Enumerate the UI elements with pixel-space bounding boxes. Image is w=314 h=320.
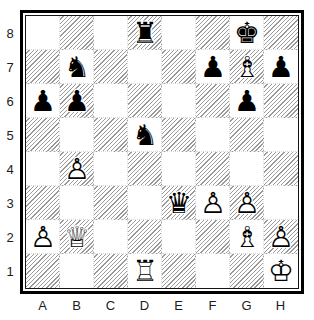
- square-g5[interactable]: [230, 118, 264, 152]
- piece-black-pawn: ♟: [264, 50, 298, 84]
- piece-halo: ♝: [230, 220, 264, 254]
- piece-black-pawn: ♟: [60, 84, 94, 118]
- piece-white-rook: ♖: [128, 254, 162, 288]
- piece-halo: ♞: [60, 50, 94, 84]
- piece-halo: ♟: [230, 84, 264, 118]
- chess-board: ♜♜♚♚♞♞♟♟♝♗♟♟♟♟♟♟♟♟♞♞♟♙♛♛♟♙♟♙♟♙♛♕♝♗♟♙♜♖♚♔: [26, 16, 298, 288]
- square-g1[interactable]: [230, 254, 264, 288]
- square-g4[interactable]: [230, 152, 264, 186]
- square-h4[interactable]: [264, 152, 298, 186]
- square-h1[interactable]: ♚♔: [264, 254, 298, 288]
- piece-halo: ♝: [230, 50, 264, 84]
- piece-halo: ♞: [128, 118, 162, 152]
- square-f3[interactable]: ♟♙: [196, 186, 230, 220]
- rank-labels: 87654321: [2, 16, 18, 288]
- file-label-b: B: [60, 295, 94, 315]
- piece-halo: ♟: [230, 186, 264, 220]
- rank-label-2: 2: [2, 220, 18, 254]
- square-d4[interactable]: [128, 152, 162, 186]
- file-label-f: F: [196, 295, 230, 315]
- piece-halo: ♟: [26, 220, 60, 254]
- piece-halo: ♟: [60, 152, 94, 186]
- square-a5[interactable]: [26, 118, 60, 152]
- square-c2[interactable]: [94, 220, 128, 254]
- board-inner-border: ♜♜♚♚♞♞♟♟♝♗♟♟♟♟♟♟♟♟♞♞♟♙♛♛♟♙♟♙♟♙♛♕♝♗♟♙♜♖♚♔: [25, 15, 299, 289]
- square-b1[interactable]: [60, 254, 94, 288]
- piece-black-pawn: ♟: [26, 84, 60, 118]
- piece-halo: ♟: [26, 84, 60, 118]
- square-c5[interactable]: [94, 118, 128, 152]
- piece-white-king: ♔: [264, 254, 298, 288]
- file-label-e: E: [162, 295, 196, 315]
- square-g3[interactable]: ♟♙: [230, 186, 264, 220]
- rank-label-8: 8: [2, 16, 18, 50]
- square-a6[interactable]: ♟♟: [26, 84, 60, 118]
- piece-black-knight: ♞: [128, 118, 162, 152]
- piece-white-pawn: ♙: [196, 186, 230, 220]
- square-c8[interactable]: [94, 16, 128, 50]
- rank-label-6: 6: [2, 84, 18, 118]
- square-h8[interactable]: [264, 16, 298, 50]
- piece-halo: ♛: [162, 186, 196, 220]
- square-d8[interactable]: ♜♜: [128, 16, 162, 50]
- file-label-a: A: [26, 295, 60, 315]
- piece-white-pawn: ♙: [26, 220, 60, 254]
- square-f5[interactable]: [196, 118, 230, 152]
- piece-black-rook: ♜: [128, 16, 162, 50]
- square-d2[interactable]: [128, 220, 162, 254]
- square-h7[interactable]: ♟♟: [264, 50, 298, 84]
- square-c1[interactable]: [94, 254, 128, 288]
- square-b3[interactable]: [60, 186, 94, 220]
- rank-label-7: 7: [2, 50, 18, 84]
- square-a1[interactable]: [26, 254, 60, 288]
- square-d7[interactable]: [128, 50, 162, 84]
- piece-white-bishop: ♗: [230, 50, 264, 84]
- square-c7[interactable]: [94, 50, 128, 84]
- square-f6[interactable]: [196, 84, 230, 118]
- square-c4[interactable]: [94, 152, 128, 186]
- square-f4[interactable]: [196, 152, 230, 186]
- piece-black-queen: ♛: [162, 186, 196, 220]
- square-g7[interactable]: ♝♗: [230, 50, 264, 84]
- piece-halo: ♜: [128, 254, 162, 288]
- square-a8[interactable]: [26, 16, 60, 50]
- piece-black-knight: ♞: [60, 50, 94, 84]
- square-c6[interactable]: [94, 84, 128, 118]
- square-h2[interactable]: ♟♙: [264, 220, 298, 254]
- piece-white-queen: ♕: [60, 220, 94, 254]
- piece-white-bishop: ♗: [230, 220, 264, 254]
- square-a3[interactable]: [26, 186, 60, 220]
- piece-white-pawn: ♙: [264, 220, 298, 254]
- piece-halo: ♛: [60, 220, 94, 254]
- square-e3[interactable]: ♛♛: [162, 186, 196, 220]
- square-c3[interactable]: [94, 186, 128, 220]
- rank-label-4: 4: [2, 152, 18, 186]
- square-e2[interactable]: [162, 220, 196, 254]
- file-labels: ABCDEFGH: [26, 295, 298, 315]
- rank-label-1: 1: [2, 254, 18, 288]
- square-b5[interactable]: [60, 118, 94, 152]
- piece-white-pawn: ♙: [230, 186, 264, 220]
- square-b2[interactable]: ♛♕: [60, 220, 94, 254]
- square-f1[interactable]: [196, 254, 230, 288]
- square-a7[interactable]: [26, 50, 60, 84]
- piece-halo: ♚: [230, 16, 264, 50]
- square-d6[interactable]: [128, 84, 162, 118]
- square-e5[interactable]: [162, 118, 196, 152]
- piece-halo: ♚: [264, 254, 298, 288]
- piece-halo: ♟: [196, 186, 230, 220]
- square-a2[interactable]: ♟♙: [26, 220, 60, 254]
- piece-halo: ♟: [196, 50, 230, 84]
- square-f7[interactable]: ♟♟: [196, 50, 230, 84]
- file-label-d: D: [128, 295, 162, 315]
- square-e8[interactable]: [162, 16, 196, 50]
- square-h6[interactable]: [264, 84, 298, 118]
- square-f8[interactable]: [196, 16, 230, 50]
- file-label-g: G: [230, 295, 264, 315]
- square-d3[interactable]: [128, 186, 162, 220]
- square-g6[interactable]: ♟♟: [230, 84, 264, 118]
- square-d5[interactable]: ♞♞: [128, 118, 162, 152]
- piece-white-pawn: ♙: [60, 152, 94, 186]
- square-b6[interactable]: ♟♟: [60, 84, 94, 118]
- square-e4[interactable]: [162, 152, 196, 186]
- piece-halo: ♟: [60, 84, 94, 118]
- file-label-h: H: [264, 295, 298, 315]
- square-b8[interactable]: [60, 16, 94, 50]
- square-g8[interactable]: ♚♚: [230, 16, 264, 50]
- square-a4[interactable]: [26, 152, 60, 186]
- square-b4[interactable]: ♟♙: [60, 152, 94, 186]
- piece-halo: ♜: [128, 16, 162, 50]
- square-f2[interactable]: [196, 220, 230, 254]
- square-e7[interactable]: [162, 50, 196, 84]
- piece-black-king: ♚: [230, 16, 264, 50]
- piece-black-pawn: ♟: [230, 84, 264, 118]
- piece-black-pawn: ♟: [196, 50, 230, 84]
- square-h3[interactable]: [264, 186, 298, 220]
- piece-halo: ♟: [264, 220, 298, 254]
- square-g2[interactable]: ♝♗: [230, 220, 264, 254]
- square-e6[interactable]: [162, 84, 196, 118]
- rank-label-5: 5: [2, 118, 18, 152]
- board-frame: ♜♜♚♚♞♞♟♟♝♗♟♟♟♟♟♟♟♟♞♞♟♙♛♛♟♙♟♙♟♙♛♕♝♗♟♙♜♖♚♔: [20, 10, 304, 294]
- square-h5[interactable]: [264, 118, 298, 152]
- rank-label-3: 3: [2, 186, 18, 220]
- square-b7[interactable]: ♞♞: [60, 50, 94, 84]
- piece-halo: ♟: [264, 50, 298, 84]
- square-d1[interactable]: ♜♖: [128, 254, 162, 288]
- square-e1[interactable]: [162, 254, 196, 288]
- file-label-c: C: [94, 295, 128, 315]
